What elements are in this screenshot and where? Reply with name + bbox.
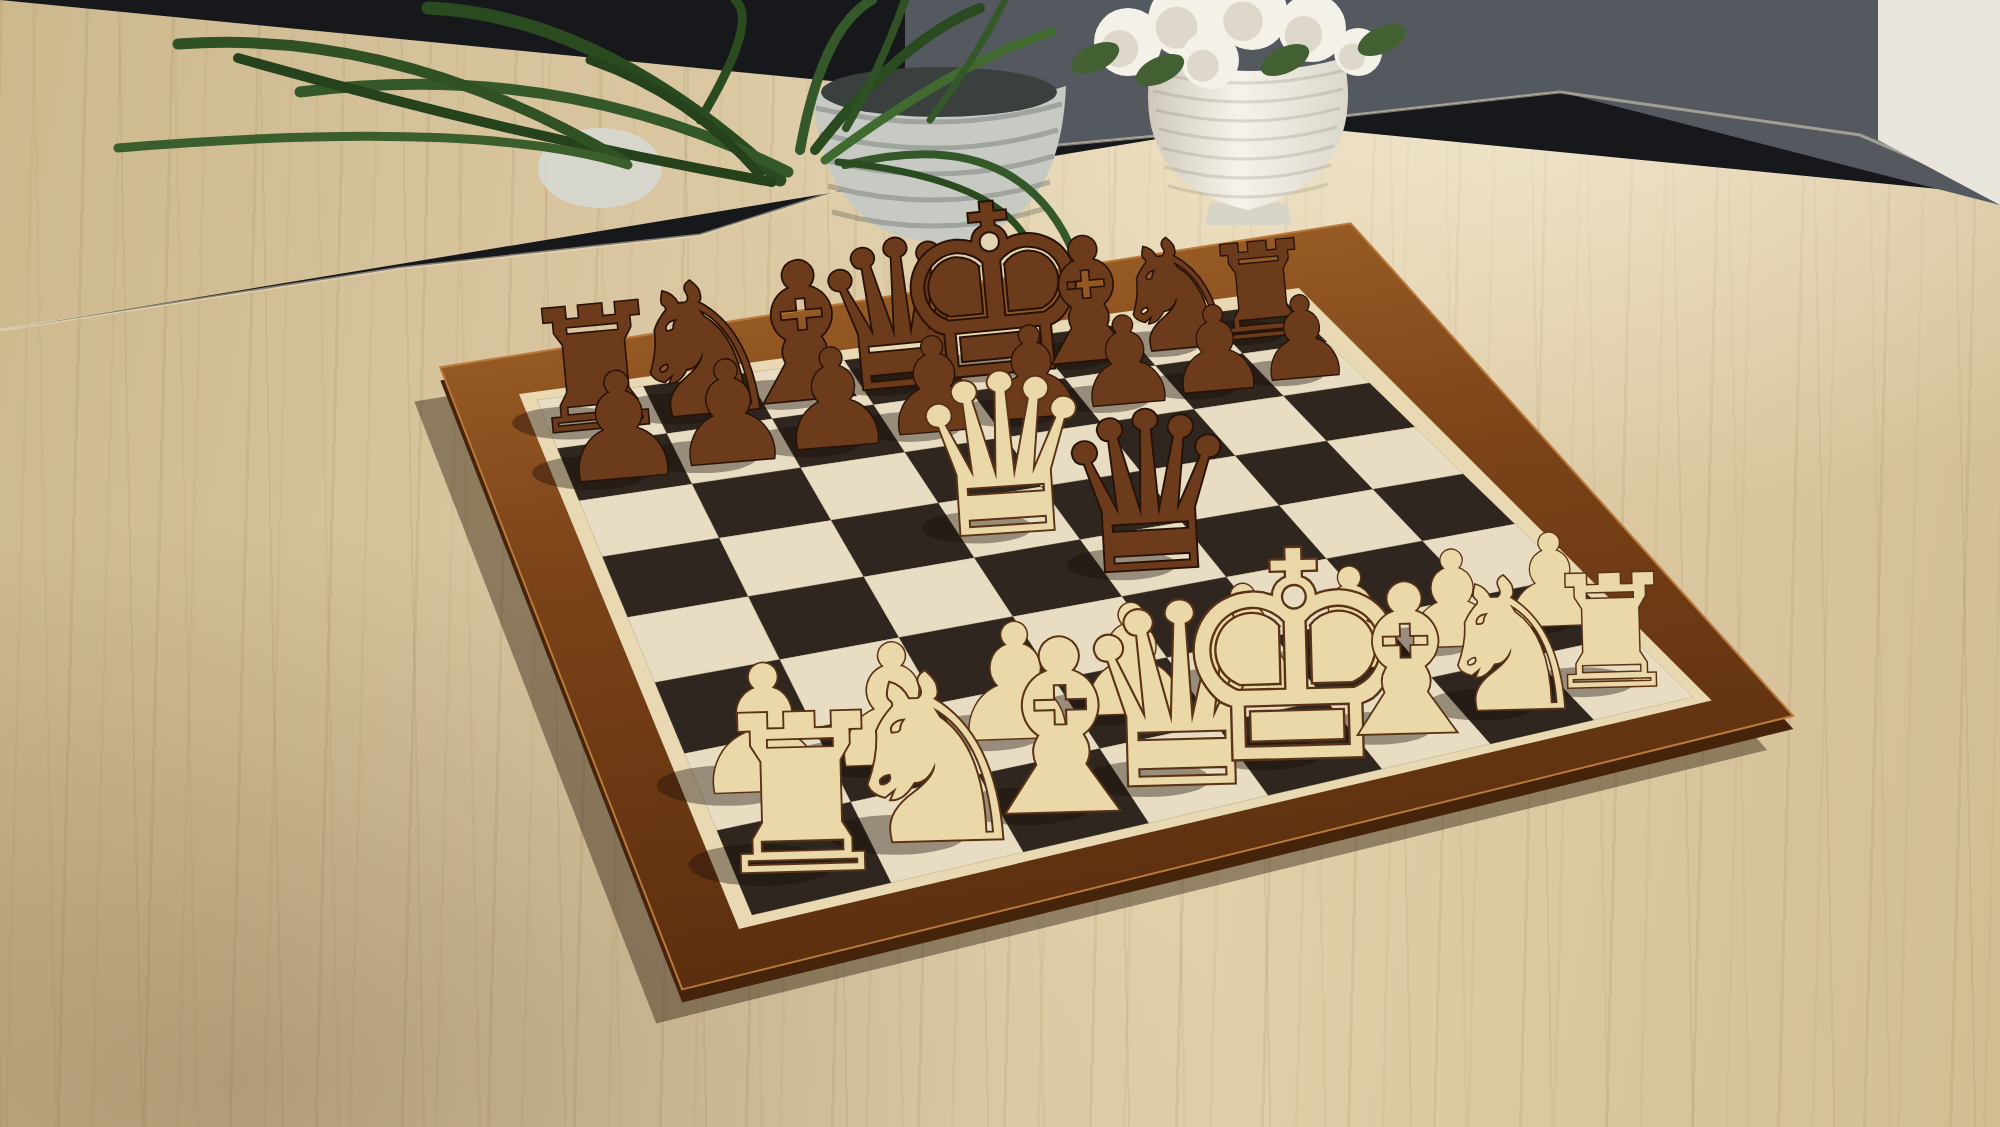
photo-scene: Wooden Staunton chess set on an oak tabl… — [0, 0, 2000, 1127]
piece-black-pawn-h7[interactable]: ♟ — [1247, 269, 1358, 407]
chess-board: ♜♞♝♛♚♝♞♜♟♟♟♟♟♟♟♟♛♛♟♟♟♟♟♟♟♟♜♞♝♛♚♝♞♜ — [0, 0, 2000, 1127]
piece-white-rook-h1[interactable]: ♜ — [1539, 540, 1683, 725]
